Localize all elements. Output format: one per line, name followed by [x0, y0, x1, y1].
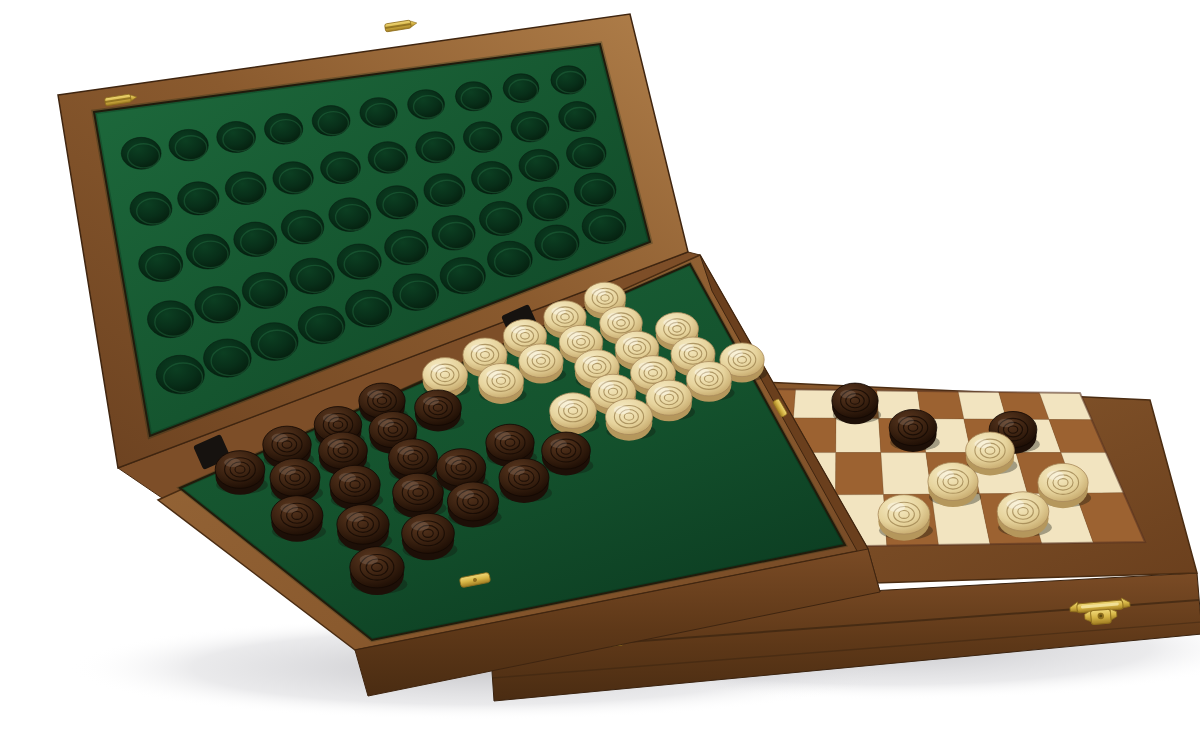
scene-canvas: [0, 0, 1200, 731]
board-square: [836, 453, 884, 495]
brass-clasp: [385, 19, 418, 32]
board-square: [793, 390, 836, 419]
board-square: [881, 453, 932, 495]
open-case: [58, 14, 880, 696]
checkers-set-photo: [0, 0, 1200, 731]
